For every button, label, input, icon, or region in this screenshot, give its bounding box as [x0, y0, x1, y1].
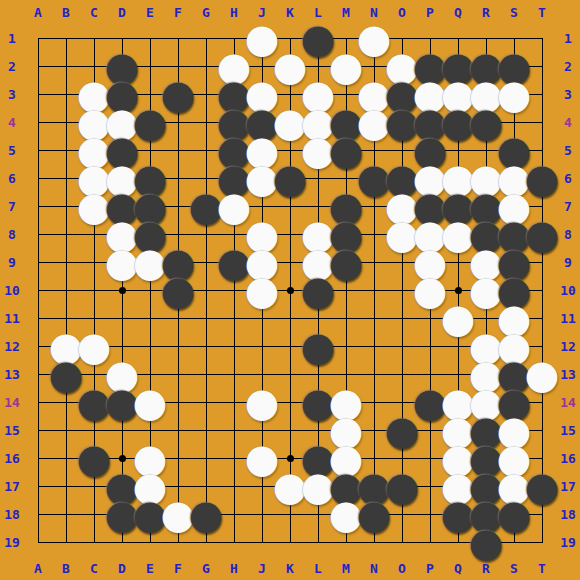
intersection-S11[interactable]: ●	[500, 304, 528, 332]
intersection-Q12[interactable]	[444, 332, 472, 360]
intersection-F6[interactable]	[164, 164, 192, 192]
intersection-O16[interactable]	[388, 444, 416, 472]
intersection-D11[interactable]	[108, 304, 136, 332]
intersection-H9[interactable]: ●	[220, 248, 248, 276]
intersection-M16[interactable]: ●	[332, 444, 360, 472]
intersection-E7[interactable]: ●	[136, 192, 164, 220]
intersection-E10[interactable]	[136, 276, 164, 304]
intersection-G2[interactable]	[192, 52, 220, 80]
intersection-T5[interactable]	[528, 136, 556, 164]
intersection-A17[interactable]	[24, 472, 52, 500]
intersection-K6[interactable]: ●	[276, 164, 304, 192]
intersection-H4[interactable]: ●	[220, 108, 248, 136]
intersection-P14[interactable]: ●	[416, 388, 444, 416]
intersection-E15[interactable]	[136, 416, 164, 444]
intersection-T19[interactable]	[528, 528, 556, 556]
intersection-J9[interactable]: ●	[248, 248, 276, 276]
intersection-Q1[interactable]	[444, 24, 472, 52]
intersection-J10[interactable]: ●	[248, 276, 276, 304]
intersection-T3[interactable]	[528, 80, 556, 108]
intersection-D8[interactable]: ●	[108, 220, 136, 248]
intersection-P1[interactable]	[416, 24, 444, 52]
intersection-K1[interactable]	[276, 24, 304, 52]
intersection-B1[interactable]	[52, 24, 80, 52]
intersection-L11[interactable]	[304, 304, 332, 332]
intersection-R11[interactable]	[472, 304, 500, 332]
intersection-M18[interactable]: ●	[332, 500, 360, 528]
intersection-M4[interactable]: ●	[332, 108, 360, 136]
intersection-C7[interactable]: ●	[80, 192, 108, 220]
intersection-J3[interactable]: ●	[248, 80, 276, 108]
intersection-O4[interactable]: ●	[388, 108, 416, 136]
intersection-R12[interactable]: ●	[472, 332, 500, 360]
intersection-R3[interactable]: ●	[472, 80, 500, 108]
intersection-B3[interactable]	[52, 80, 80, 108]
intersection-P10[interactable]: ●	[416, 276, 444, 304]
intersection-E8[interactable]: ●	[136, 220, 164, 248]
intersection-F14[interactable]	[164, 388, 192, 416]
intersection-T15[interactable]	[528, 416, 556, 444]
intersection-O19[interactable]	[388, 528, 416, 556]
intersection-Q14[interactable]: ●	[444, 388, 472, 416]
intersection-G8[interactable]	[192, 220, 220, 248]
intersection-E12[interactable]	[136, 332, 164, 360]
intersection-D6[interactable]: ●	[108, 164, 136, 192]
intersection-P13[interactable]	[416, 360, 444, 388]
intersection-L9[interactable]: ●	[304, 248, 332, 276]
intersection-O5[interactable]	[388, 136, 416, 164]
intersection-E14[interactable]: ●	[136, 388, 164, 416]
intersection-E4[interactable]: ●	[136, 108, 164, 136]
intersection-S16[interactable]: ●	[500, 444, 528, 472]
intersection-B2[interactable]	[52, 52, 80, 80]
intersection-G6[interactable]	[192, 164, 220, 192]
intersection-R15[interactable]: ●	[472, 416, 500, 444]
intersection-E1[interactable]	[136, 24, 164, 52]
intersection-S18[interactable]: ●	[500, 500, 528, 528]
intersection-M9[interactable]: ●	[332, 248, 360, 276]
intersection-B19[interactable]	[52, 528, 80, 556]
intersection-S2[interactable]: ●	[500, 52, 528, 80]
intersection-K7[interactable]	[276, 192, 304, 220]
intersection-M3[interactable]	[332, 80, 360, 108]
intersection-H3[interactable]: ●	[220, 80, 248, 108]
intersection-F18[interactable]: ●	[164, 500, 192, 528]
intersection-M7[interactable]: ●	[332, 192, 360, 220]
intersection-O15[interactable]: ●	[388, 416, 416, 444]
intersection-C10[interactable]	[80, 276, 108, 304]
intersection-K2[interactable]: ●	[276, 52, 304, 80]
intersection-D2[interactable]: ●	[108, 52, 136, 80]
intersection-S8[interactable]: ●	[500, 220, 528, 248]
intersection-S17[interactable]: ●	[500, 472, 528, 500]
intersection-G7[interactable]: ●	[192, 192, 220, 220]
intersection-G16[interactable]	[192, 444, 220, 472]
intersection-A14[interactable]	[24, 388, 52, 416]
intersection-Q6[interactable]: ●	[444, 164, 472, 192]
intersection-H17[interactable]	[220, 472, 248, 500]
intersection-C19[interactable]	[80, 528, 108, 556]
intersection-A8[interactable]	[24, 220, 52, 248]
intersection-D1[interactable]	[108, 24, 136, 52]
intersection-J18[interactable]	[248, 500, 276, 528]
intersection-P16[interactable]	[416, 444, 444, 472]
intersection-S1[interactable]	[500, 24, 528, 52]
intersection-M14[interactable]: ●	[332, 388, 360, 416]
intersection-R9[interactable]: ●	[472, 248, 500, 276]
intersection-L7[interactable]	[304, 192, 332, 220]
intersection-A2[interactable]	[24, 52, 52, 80]
intersection-K13[interactable]	[276, 360, 304, 388]
intersection-L1[interactable]: ●	[304, 24, 332, 52]
intersection-D17[interactable]: ●	[108, 472, 136, 500]
intersection-F4[interactable]	[164, 108, 192, 136]
intersection-K17[interactable]: ●	[276, 472, 304, 500]
intersection-O11[interactable]	[388, 304, 416, 332]
intersection-J11[interactable]	[248, 304, 276, 332]
intersection-A1[interactable]	[24, 24, 52, 52]
intersection-G4[interactable]	[192, 108, 220, 136]
intersection-B18[interactable]	[52, 500, 80, 528]
intersection-H6[interactable]: ●	[220, 164, 248, 192]
intersection-P15[interactable]	[416, 416, 444, 444]
intersection-H16[interactable]	[220, 444, 248, 472]
intersection-K18[interactable]	[276, 500, 304, 528]
intersection-D9[interactable]: ●	[108, 248, 136, 276]
intersection-O7[interactable]: ●	[388, 192, 416, 220]
intersection-O14[interactable]	[388, 388, 416, 416]
intersection-A15[interactable]	[24, 416, 52, 444]
intersection-K12[interactable]	[276, 332, 304, 360]
intersection-L10[interactable]: ●	[304, 276, 332, 304]
intersection-O10[interactable]	[388, 276, 416, 304]
intersection-E2[interactable]	[136, 52, 164, 80]
intersection-O13[interactable]	[388, 360, 416, 388]
intersection-G11[interactable]	[192, 304, 220, 332]
intersection-E17[interactable]: ●	[136, 472, 164, 500]
intersection-B8[interactable]	[52, 220, 80, 248]
intersection-D13[interactable]: ●	[108, 360, 136, 388]
intersection-D7[interactable]: ●	[108, 192, 136, 220]
intersection-O9[interactable]	[388, 248, 416, 276]
intersection-B7[interactable]	[52, 192, 80, 220]
intersection-Q9[interactable]	[444, 248, 472, 276]
intersection-C3[interactable]: ●	[80, 80, 108, 108]
intersection-J12[interactable]	[248, 332, 276, 360]
intersection-D12[interactable]	[108, 332, 136, 360]
intersection-K14[interactable]	[276, 388, 304, 416]
intersection-D15[interactable]	[108, 416, 136, 444]
intersection-M6[interactable]	[332, 164, 360, 192]
intersection-R6[interactable]: ●	[472, 164, 500, 192]
intersection-T14[interactable]	[528, 388, 556, 416]
intersection-D5[interactable]: ●	[108, 136, 136, 164]
intersection-F5[interactable]	[164, 136, 192, 164]
intersection-B10[interactable]	[52, 276, 80, 304]
intersection-K19[interactable]	[276, 528, 304, 556]
intersection-Q13[interactable]	[444, 360, 472, 388]
intersection-E5[interactable]	[136, 136, 164, 164]
intersection-T1[interactable]	[528, 24, 556, 52]
intersection-A4[interactable]	[24, 108, 52, 136]
intersection-G12[interactable]	[192, 332, 220, 360]
intersection-Q2[interactable]: ●	[444, 52, 472, 80]
intersection-S12[interactable]: ●	[500, 332, 528, 360]
intersection-R19[interactable]: ●	[472, 528, 500, 556]
intersection-K9[interactable]	[276, 248, 304, 276]
intersection-G10[interactable]	[192, 276, 220, 304]
intersection-N17[interactable]: ●	[360, 472, 388, 500]
intersection-Q11[interactable]: ●	[444, 304, 472, 332]
intersection-Q7[interactable]: ●	[444, 192, 472, 220]
intersection-C12[interactable]: ●	[80, 332, 108, 360]
intersection-N13[interactable]	[360, 360, 388, 388]
intersection-P8[interactable]: ●	[416, 220, 444, 248]
intersection-N4[interactable]: ●	[360, 108, 388, 136]
intersection-T4[interactable]	[528, 108, 556, 136]
intersection-B13[interactable]: ●	[52, 360, 80, 388]
intersection-J19[interactable]	[248, 528, 276, 556]
intersection-L8[interactable]: ●	[304, 220, 332, 248]
intersection-S14[interactable]: ●	[500, 388, 528, 416]
intersection-J2[interactable]	[248, 52, 276, 80]
intersection-N16[interactable]	[360, 444, 388, 472]
intersection-M15[interactable]: ●	[332, 416, 360, 444]
intersection-T13[interactable]: ●	[528, 360, 556, 388]
intersection-A19[interactable]	[24, 528, 52, 556]
intersection-L18[interactable]	[304, 500, 332, 528]
intersection-D3[interactable]: ●	[108, 80, 136, 108]
intersection-N14[interactable]	[360, 388, 388, 416]
intersection-S15[interactable]: ●	[500, 416, 528, 444]
intersection-R1[interactable]	[472, 24, 500, 52]
intersection-Q15[interactable]: ●	[444, 416, 472, 444]
intersection-F15[interactable]	[164, 416, 192, 444]
intersection-A18[interactable]	[24, 500, 52, 528]
intersection-E19[interactable]	[136, 528, 164, 556]
intersection-N19[interactable]	[360, 528, 388, 556]
intersection-P12[interactable]	[416, 332, 444, 360]
intersection-R2[interactable]: ●	[472, 52, 500, 80]
intersection-O12[interactable]	[388, 332, 416, 360]
intersection-T9[interactable]	[528, 248, 556, 276]
intersection-N11[interactable]	[360, 304, 388, 332]
intersection-T7[interactable]	[528, 192, 556, 220]
intersection-T16[interactable]	[528, 444, 556, 472]
intersection-D18[interactable]: ●	[108, 500, 136, 528]
intersection-B9[interactable]	[52, 248, 80, 276]
intersection-B5[interactable]	[52, 136, 80, 164]
intersection-L4[interactable]: ●	[304, 108, 332, 136]
intersection-E3[interactable]	[136, 80, 164, 108]
intersection-T2[interactable]	[528, 52, 556, 80]
intersection-J7[interactable]	[248, 192, 276, 220]
intersection-G1[interactable]	[192, 24, 220, 52]
intersection-N5[interactable]	[360, 136, 388, 164]
intersection-H18[interactable]	[220, 500, 248, 528]
intersection-F19[interactable]	[164, 528, 192, 556]
intersection-O8[interactable]: ●	[388, 220, 416, 248]
intersection-E16[interactable]: ●	[136, 444, 164, 472]
intersection-P5[interactable]: ●	[416, 136, 444, 164]
intersection-P18[interactable]	[416, 500, 444, 528]
intersection-R16[interactable]: ●	[472, 444, 500, 472]
intersection-F8[interactable]	[164, 220, 192, 248]
intersection-P9[interactable]: ●	[416, 248, 444, 276]
intersection-S4[interactable]	[500, 108, 528, 136]
intersection-Q5[interactable]	[444, 136, 472, 164]
intersection-R18[interactable]: ●	[472, 500, 500, 528]
intersection-M1[interactable]	[332, 24, 360, 52]
intersection-J14[interactable]: ●	[248, 388, 276, 416]
intersection-P19[interactable]	[416, 528, 444, 556]
intersection-C4[interactable]: ●	[80, 108, 108, 136]
intersection-N7[interactable]	[360, 192, 388, 220]
intersection-L17[interactable]: ●	[304, 472, 332, 500]
intersection-F7[interactable]	[164, 192, 192, 220]
intersection-O3[interactable]: ●	[388, 80, 416, 108]
intersection-A6[interactable]	[24, 164, 52, 192]
intersection-Q19[interactable]	[444, 528, 472, 556]
intersection-L15[interactable]	[304, 416, 332, 444]
intersection-F11[interactable]	[164, 304, 192, 332]
intersection-L13[interactable]	[304, 360, 332, 388]
intersection-N12[interactable]	[360, 332, 388, 360]
intersection-S19[interactable]	[500, 528, 528, 556]
intersection-P17[interactable]	[416, 472, 444, 500]
intersection-R8[interactable]: ●	[472, 220, 500, 248]
intersection-P3[interactable]: ●	[416, 80, 444, 108]
intersection-H11[interactable]	[220, 304, 248, 332]
intersection-F13[interactable]	[164, 360, 192, 388]
intersection-N1[interactable]: ●	[360, 24, 388, 52]
intersection-T10[interactable]	[528, 276, 556, 304]
intersection-N9[interactable]	[360, 248, 388, 276]
intersection-C16[interactable]: ●	[80, 444, 108, 472]
intersection-M8[interactable]: ●	[332, 220, 360, 248]
intersection-J5[interactable]: ●	[248, 136, 276, 164]
intersection-S6[interactable]: ●	[500, 164, 528, 192]
intersection-R17[interactable]: ●	[472, 472, 500, 500]
intersection-H1[interactable]	[220, 24, 248, 52]
intersection-A13[interactable]	[24, 360, 52, 388]
intersection-S7[interactable]: ●	[500, 192, 528, 220]
intersection-J15[interactable]	[248, 416, 276, 444]
intersection-T12[interactable]	[528, 332, 556, 360]
intersection-M19[interactable]	[332, 528, 360, 556]
intersection-B12[interactable]: ●	[52, 332, 80, 360]
intersection-B17[interactable]	[52, 472, 80, 500]
intersection-H2[interactable]: ●	[220, 52, 248, 80]
intersection-N15[interactable]	[360, 416, 388, 444]
intersection-E11[interactable]	[136, 304, 164, 332]
intersection-H10[interactable]	[220, 276, 248, 304]
intersection-B16[interactable]	[52, 444, 80, 472]
intersection-T11[interactable]	[528, 304, 556, 332]
intersection-A16[interactable]	[24, 444, 52, 472]
intersection-G5[interactable]	[192, 136, 220, 164]
intersection-A11[interactable]	[24, 304, 52, 332]
intersection-L3[interactable]: ●	[304, 80, 332, 108]
intersection-Q17[interactable]: ●	[444, 472, 472, 500]
intersection-H8[interactable]	[220, 220, 248, 248]
intersection-T8[interactable]: ●	[528, 220, 556, 248]
intersection-J13[interactable]	[248, 360, 276, 388]
intersection-P6[interactable]: ●	[416, 164, 444, 192]
intersection-T6[interactable]: ●	[528, 164, 556, 192]
intersection-H14[interactable]	[220, 388, 248, 416]
intersection-C9[interactable]	[80, 248, 108, 276]
intersection-E18[interactable]: ●	[136, 500, 164, 528]
intersection-G17[interactable]	[192, 472, 220, 500]
intersection-O6[interactable]: ●	[388, 164, 416, 192]
intersection-F12[interactable]	[164, 332, 192, 360]
intersection-J8[interactable]: ●	[248, 220, 276, 248]
intersection-A5[interactable]	[24, 136, 52, 164]
intersection-M11[interactable]	[332, 304, 360, 332]
intersection-F2[interactable]	[164, 52, 192, 80]
intersection-F17[interactable]	[164, 472, 192, 500]
intersection-G14[interactable]	[192, 388, 220, 416]
intersection-S9[interactable]: ●	[500, 248, 528, 276]
intersection-O17[interactable]: ●	[388, 472, 416, 500]
intersection-K8[interactable]	[276, 220, 304, 248]
intersection-P11[interactable]	[416, 304, 444, 332]
intersection-R14[interactable]: ●	[472, 388, 500, 416]
intersection-F10[interactable]: ●	[164, 276, 192, 304]
intersection-P4[interactable]: ●	[416, 108, 444, 136]
intersection-B14[interactable]	[52, 388, 80, 416]
intersection-L12[interactable]: ●	[304, 332, 332, 360]
intersection-R5[interactable]	[472, 136, 500, 164]
intersection-R10[interactable]: ●	[472, 276, 500, 304]
intersection-L19[interactable]	[304, 528, 332, 556]
intersection-A12[interactable]	[24, 332, 52, 360]
intersection-A9[interactable]	[24, 248, 52, 276]
intersection-T18[interactable]	[528, 500, 556, 528]
intersection-G18[interactable]: ●	[192, 500, 220, 528]
intersection-C13[interactable]	[80, 360, 108, 388]
intersection-H7[interactable]: ●	[220, 192, 248, 220]
intersection-C18[interactable]	[80, 500, 108, 528]
intersection-O2[interactable]: ●	[388, 52, 416, 80]
intersection-R7[interactable]: ●	[472, 192, 500, 220]
intersection-N6[interactable]: ●	[360, 164, 388, 192]
intersection-C2[interactable]	[80, 52, 108, 80]
intersection-B15[interactable]	[52, 416, 80, 444]
intersection-J17[interactable]	[248, 472, 276, 500]
intersection-C5[interactable]: ●	[80, 136, 108, 164]
intersection-C8[interactable]	[80, 220, 108, 248]
intersection-J4[interactable]: ●	[248, 108, 276, 136]
intersection-R13[interactable]: ●	[472, 360, 500, 388]
intersection-S5[interactable]: ●	[500, 136, 528, 164]
intersection-M2[interactable]: ●	[332, 52, 360, 80]
intersection-G19[interactable]	[192, 528, 220, 556]
intersection-H19[interactable]	[220, 528, 248, 556]
intersection-R4[interactable]: ●	[472, 108, 500, 136]
intersection-S10[interactable]: ●	[500, 276, 528, 304]
intersection-Q3[interactable]: ●	[444, 80, 472, 108]
intersection-B4[interactable]	[52, 108, 80, 136]
intersection-C6[interactable]: ●	[80, 164, 108, 192]
intersection-P7[interactable]: ●	[416, 192, 444, 220]
intersection-H15[interactable]	[220, 416, 248, 444]
intersection-M12[interactable]	[332, 332, 360, 360]
intersection-H5[interactable]: ●	[220, 136, 248, 164]
intersection-H13[interactable]	[220, 360, 248, 388]
intersection-J1[interactable]: ●	[248, 24, 276, 52]
